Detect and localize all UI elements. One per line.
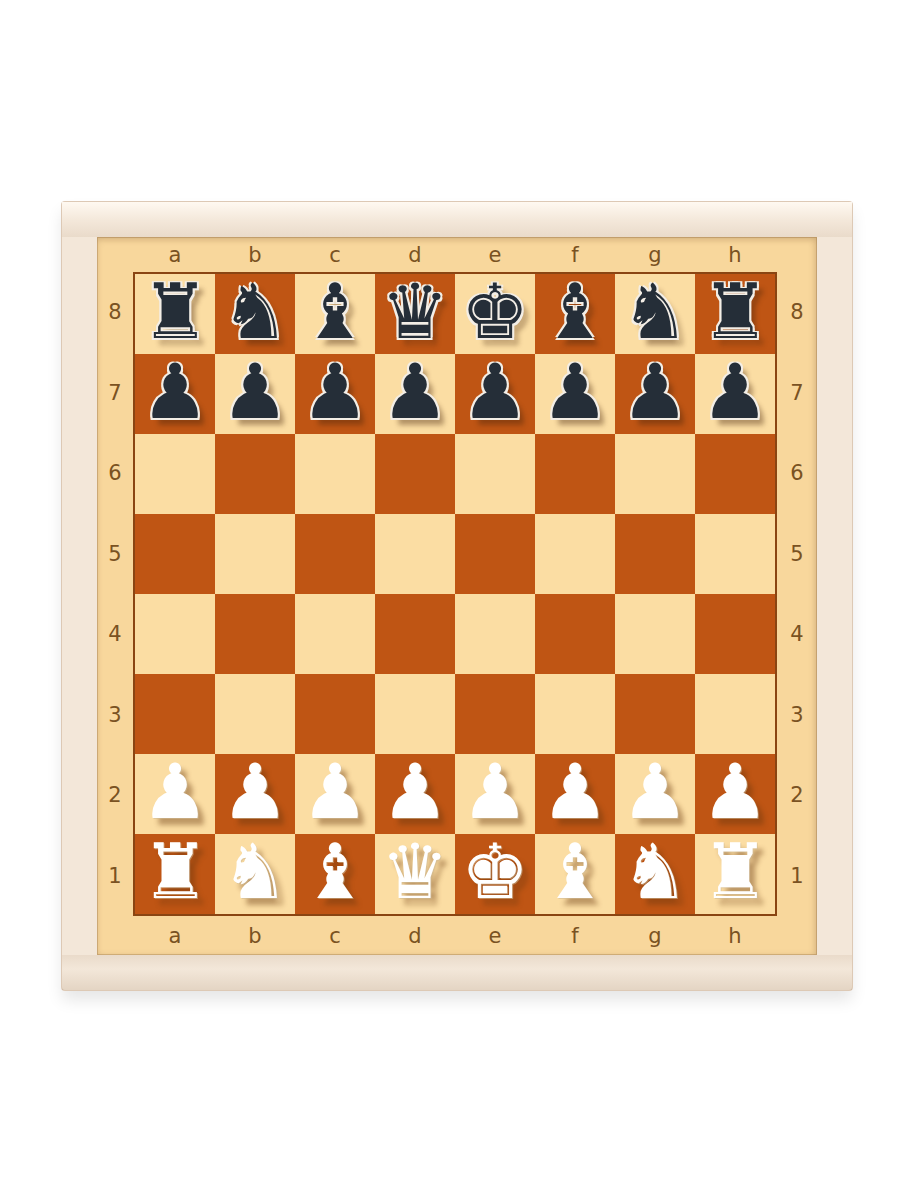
white-queen-icon: ♛ [381, 834, 449, 910]
file-label-f: f [535, 916, 615, 955]
square-b6[interactable] [215, 434, 295, 514]
square-a2[interactable]: ♟ [135, 754, 215, 834]
white-rook-icon: ♜ [141, 834, 209, 910]
black-pawn-icon: ♟ [621, 354, 689, 430]
square-d5[interactable] [375, 514, 455, 594]
rank-label-6: 6 [777, 433, 817, 514]
square-h5[interactable] [695, 514, 775, 594]
square-d6[interactable] [375, 434, 455, 514]
square-c5[interactable] [295, 514, 375, 594]
square-a7[interactable]: ♟ [135, 354, 215, 434]
square-e5[interactable] [455, 514, 535, 594]
file-label-a: a [135, 916, 215, 955]
file-label-e: e [455, 916, 535, 955]
black-knight-icon: ♞ [621, 274, 689, 350]
black-pawn-icon: ♟ [541, 354, 609, 430]
square-g8[interactable]: ♞ [615, 274, 695, 354]
white-bishop-icon: ♝ [541, 834, 609, 910]
square-d2[interactable]: ♟ [375, 754, 455, 834]
black-pawn-icon: ♟ [301, 354, 369, 430]
white-king-icon: ♚ [461, 834, 529, 910]
black-knight-icon: ♞ [221, 274, 289, 350]
square-e1[interactable]: ♚ [455, 834, 535, 914]
rank-label-1: 1 [777, 836, 817, 917]
square-g3[interactable] [615, 674, 695, 754]
rank-label-7: 7 [97, 353, 133, 434]
rank-labels-right: 87654321 [777, 272, 817, 916]
square-f5[interactable] [535, 514, 615, 594]
square-b5[interactable] [215, 514, 295, 594]
white-rook-icon: ♜ [701, 834, 769, 910]
square-b4[interactable] [215, 594, 295, 674]
square-b1[interactable]: ♞ [215, 834, 295, 914]
square-g6[interactable] [615, 434, 695, 514]
black-pawn-icon: ♟ [461, 354, 529, 430]
square-h8[interactable]: ♜ [695, 274, 775, 354]
white-pawn-icon: ♟ [221, 754, 289, 830]
square-c2[interactable]: ♟ [295, 754, 375, 834]
square-c3[interactable] [295, 674, 375, 754]
white-knight-icon: ♞ [221, 834, 289, 910]
file-label-c: c [295, 916, 375, 955]
square-h1[interactable]: ♜ [695, 834, 775, 914]
rank-label-4: 4 [777, 594, 817, 675]
square-b2[interactable]: ♟ [215, 754, 295, 834]
square-a4[interactable] [135, 594, 215, 674]
square-e7[interactable]: ♟ [455, 354, 535, 434]
square-a8[interactable]: ♜ [135, 274, 215, 354]
file-label-h: h [695, 916, 775, 955]
square-d4[interactable] [375, 594, 455, 674]
square-d8[interactable]: ♛ [375, 274, 455, 354]
black-bishop-icon: ♝ [541, 274, 609, 350]
square-e2[interactable]: ♟ [455, 754, 535, 834]
square-b3[interactable] [215, 674, 295, 754]
black-pawn-icon: ♟ [381, 354, 449, 430]
square-c6[interactable] [295, 434, 375, 514]
square-g7[interactable]: ♟ [615, 354, 695, 434]
square-g2[interactable]: ♟ [615, 754, 695, 834]
white-pawn-icon: ♟ [301, 754, 369, 830]
wood-frame: abcdefgh 87654321 ♜♞♝♛♚♝♞♜♟♟♟♟♟♟♟♟♟♟♟♟♟♟… [62, 202, 852, 990]
black-pawn-icon: ♟ [141, 354, 209, 430]
square-d1[interactable]: ♛ [375, 834, 455, 914]
white-pawn-icon: ♟ [381, 754, 449, 830]
black-king-icon: ♚ [461, 274, 529, 350]
rank-label-8: 8 [97, 272, 133, 353]
black-pawn-icon: ♟ [221, 354, 289, 430]
square-a3[interactable] [135, 674, 215, 754]
file-label-d: d [375, 916, 455, 955]
square-h6[interactable] [695, 434, 775, 514]
square-e3[interactable] [455, 674, 535, 754]
square-f2[interactable]: ♟ [535, 754, 615, 834]
black-pawn-icon: ♟ [701, 354, 769, 430]
black-rook-icon: ♜ [141, 274, 209, 350]
square-d7[interactable]: ♟ [375, 354, 455, 434]
square-a5[interactable] [135, 514, 215, 594]
square-h3[interactable] [695, 674, 775, 754]
rank-label-1: 1 [97, 836, 133, 917]
rank-label-7: 7 [777, 353, 817, 434]
rank-label-5: 5 [97, 514, 133, 595]
square-f7[interactable]: ♟ [535, 354, 615, 434]
square-c7[interactable]: ♟ [295, 354, 375, 434]
black-queen-icon: ♛ [381, 274, 449, 350]
rank-label-2: 2 [777, 755, 817, 836]
square-c8[interactable]: ♝ [295, 274, 375, 354]
square-g5[interactable] [615, 514, 695, 594]
black-bishop-icon: ♝ [301, 274, 369, 350]
square-e8[interactable]: ♚ [455, 274, 535, 354]
black-rook-icon: ♜ [701, 274, 769, 350]
file-labels-bottom: abcdefgh [135, 916, 775, 955]
square-d3[interactable] [375, 674, 455, 754]
rank-labels-left: 87654321 [97, 272, 133, 916]
white-pawn-icon: ♟ [621, 754, 689, 830]
chess-board: ♜♞♝♛♚♝♞♜♟♟♟♟♟♟♟♟♟♟♟♟♟♟♟♟♜♞♝♛♚♝♞♜ [133, 272, 777, 916]
white-pawn-icon: ♟ [701, 754, 769, 830]
square-f4[interactable] [535, 594, 615, 674]
square-e6[interactable] [455, 434, 535, 514]
file-label-g: g [615, 916, 695, 955]
square-h2[interactable]: ♟ [695, 754, 775, 834]
square-a1[interactable]: ♜ [135, 834, 215, 914]
square-h7[interactable]: ♟ [695, 354, 775, 434]
square-b8[interactable]: ♞ [215, 274, 295, 354]
rank-label-3: 3 [777, 675, 817, 756]
white-pawn-icon: ♟ [541, 754, 609, 830]
white-knight-icon: ♞ [621, 834, 689, 910]
square-f1[interactable]: ♝ [535, 834, 615, 914]
square-h4[interactable] [695, 594, 775, 674]
square-g4[interactable] [615, 594, 695, 674]
square-a6[interactable] [135, 434, 215, 514]
board-surface: abcdefgh 87654321 ♜♞♝♛♚♝♞♜♟♟♟♟♟♟♟♟♟♟♟♟♟♟… [97, 237, 817, 955]
rank-label-4: 4 [97, 594, 133, 675]
rank-label-5: 5 [777, 514, 817, 595]
square-f6[interactable] [535, 434, 615, 514]
square-c4[interactable] [295, 594, 375, 674]
rank-label-3: 3 [97, 675, 133, 756]
white-pawn-icon: ♟ [141, 754, 209, 830]
rank-label-6: 6 [97, 433, 133, 514]
white-pawn-icon: ♟ [461, 754, 529, 830]
square-f8[interactable]: ♝ [535, 274, 615, 354]
square-f3[interactable] [535, 674, 615, 754]
square-e4[interactable] [455, 594, 535, 674]
rank-label-8: 8 [777, 272, 817, 353]
square-c1[interactable]: ♝ [295, 834, 375, 914]
square-g1[interactable]: ♞ [615, 834, 695, 914]
file-label-b: b [215, 916, 295, 955]
rank-label-2: 2 [97, 755, 133, 836]
white-bishop-icon: ♝ [301, 834, 369, 910]
square-b7[interactable]: ♟ [215, 354, 295, 434]
